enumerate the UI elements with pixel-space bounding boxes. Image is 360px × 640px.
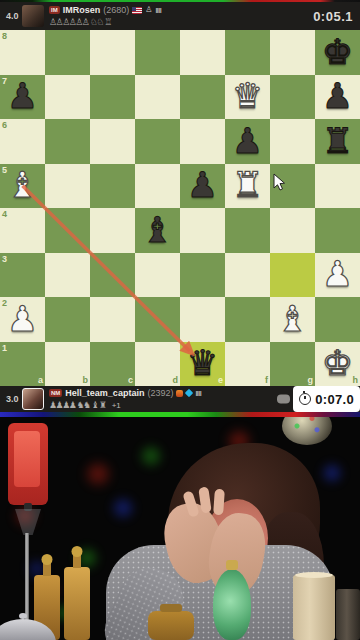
square-f3[interactable]: [225, 253, 270, 298]
top-player-bar: 4.0 IM IMRosen (2680) ♙ IIII ♙♙♙♙♙♙ ♘♘ ♖…: [0, 2, 360, 30]
square-h7[interactable]: ♟: [315, 75, 360, 120]
square-h2[interactable]: [315, 297, 360, 342]
square-g6[interactable]: [270, 119, 315, 164]
square-h1[interactable]: h♚: [315, 342, 360, 387]
piece-wR-f5[interactable]: ♜: [225, 164, 270, 209]
drink-dispenser: [8, 423, 48, 505]
rank-label-8: 8: [2, 32, 7, 41]
flair-icon: [176, 390, 183, 397]
square-b3[interactable]: [45, 253, 90, 298]
square-g5[interactable]: [270, 164, 315, 209]
top-player-clock: 0:05.1: [313, 9, 353, 24]
streamer-webcam: [0, 417, 360, 640]
square-e5[interactable]: ♟: [180, 164, 225, 209]
amber-bottle: [64, 567, 90, 640]
piece-wQ-f7[interactable]: ♛: [225, 75, 270, 120]
square-d7[interactable]: [135, 75, 180, 120]
square-c5[interactable]: [90, 164, 135, 209]
square-a2[interactable]: 2♟: [0, 297, 45, 342]
square-a3[interactable]: 3: [0, 253, 45, 298]
rank-label-3: 3: [2, 255, 7, 264]
piece-wK-h1[interactable]: ♚: [315, 342, 360, 387]
bottom-score: 3.0: [6, 394, 19, 404]
square-e4[interactable]: [180, 208, 225, 253]
square-c3[interactable]: [90, 253, 135, 298]
square-b8[interactable]: [45, 30, 90, 75]
captured-pawn-icon: ♙: [145, 6, 152, 14]
piece-bK-h8[interactable]: ♚: [315, 30, 360, 75]
piece-bP-e5[interactable]: ♟: [180, 164, 225, 209]
square-g3[interactable]: [270, 253, 315, 298]
square-g2[interactable]: ♝: [270, 297, 315, 342]
square-d6[interactable]: [135, 119, 180, 164]
rank-label-1: 1: [2, 344, 7, 353]
square-f6[interactable]: ♟: [225, 119, 270, 164]
material-advantage: +1: [112, 400, 121, 411]
square-b2[interactable]: [45, 297, 90, 342]
chess-board[interactable]: 8♚7♟♛♟6♟♜5♝♟♜4♝3♟2♟♝1abcde♛fgh♚: [0, 30, 360, 386]
piece-wB-g2[interactable]: ♝: [270, 297, 315, 342]
square-c8[interactable]: [90, 30, 135, 75]
bottom-player-bar: 3.0 NM Hell_team_captain (2392) IIII ♟♟♟…: [0, 386, 360, 412]
stopwatch-icon: [299, 393, 311, 405]
square-g7[interactable]: [270, 75, 315, 120]
square-a4[interactable]: 4: [0, 208, 45, 253]
square-h4[interactable]: [315, 208, 360, 253]
bottom-player-name[interactable]: Hell_team_captain: [65, 388, 144, 399]
square-h6[interactable]: ♜: [315, 119, 360, 164]
green-bottle: [213, 569, 251, 640]
square-f2[interactable]: [225, 297, 270, 342]
bottom-player-rating: (2392): [147, 388, 173, 399]
square-f4[interactable]: [225, 208, 270, 253]
piece-wB-a5[interactable]: ♝: [0, 164, 45, 209]
top-score: 4.0: [6, 11, 19, 21]
piece-bP-h7[interactable]: ♟: [315, 75, 360, 120]
square-f5[interactable]: ♜: [225, 164, 270, 209]
file-label-a: a: [38, 376, 43, 385]
top-player-name[interactable]: IMRosen: [63, 5, 101, 16]
square-e1[interactable]: e♛: [180, 342, 225, 387]
chat-bubble-icon[interactable]: [277, 395, 290, 404]
square-c7[interactable]: [90, 75, 135, 120]
diamond-membership-icon: [185, 389, 193, 397]
candle: [293, 575, 335, 640]
square-d5[interactable]: [135, 164, 180, 209]
file-label-g: g: [308, 376, 314, 385]
square-e6[interactable]: [180, 119, 225, 164]
piece-wP-h3[interactable]: ♟: [315, 253, 360, 298]
shaker-cup: [336, 589, 360, 640]
square-b4[interactable]: [45, 208, 90, 253]
stream-screen: 4.0 IM IMRosen (2680) ♙ IIII ♙♙♙♙♙♙ ♘♘ ♖…: [0, 0, 360, 640]
bottom-pawn-tally: IIII: [195, 388, 201, 399]
piece-bP-f6[interactable]: ♟: [225, 119, 270, 164]
square-a1[interactable]: 1a: [0, 342, 45, 387]
square-e7[interactable]: [180, 75, 225, 120]
square-h5[interactable]: [315, 164, 360, 209]
square-b6[interactable]: [45, 119, 90, 164]
square-g1[interactable]: g: [270, 342, 315, 387]
square-a5[interactable]: 5♝: [0, 164, 45, 209]
piece-bB-d4[interactable]: ♝: [135, 208, 180, 253]
square-f8[interactable]: [225, 30, 270, 75]
square-h8[interactable]: ♚: [315, 30, 360, 75]
square-d3[interactable]: [135, 253, 180, 298]
piece-wP-a2[interactable]: ♟: [0, 297, 45, 342]
square-e8[interactable]: [180, 30, 225, 75]
square-b5[interactable]: [45, 164, 90, 209]
square-e3[interactable]: [180, 253, 225, 298]
square-f1[interactable]: f: [225, 342, 270, 387]
piece-bR-h6[interactable]: ♜: [315, 119, 360, 164]
bottom-title-badge: NM: [49, 389, 62, 397]
top-captured-pieces: ♙♙♙♙♙♙ ♘♘ ♖: [49, 17, 111, 28]
piece-bQ-e1[interactable]: ♛: [180, 342, 225, 387]
top-player-rating: (2680): [103, 5, 129, 16]
bottom-captured-pieces: ♟♟♟♟ ♞♞ ♝ ♜: [49, 400, 106, 411]
bottom-player-avatar[interactable]: [22, 388, 44, 410]
top-title-badge: IM: [49, 6, 60, 14]
disco-ball: [282, 417, 332, 445]
file-label-c: c: [128, 376, 133, 385]
square-d8[interactable]: [135, 30, 180, 75]
square-f7[interactable]: ♛: [225, 75, 270, 120]
square-g4[interactable]: [270, 208, 315, 253]
piece-bP-a7[interactable]: ♟: [0, 75, 45, 120]
amber-jar: [148, 611, 194, 640]
file-label-f: f: [265, 376, 268, 385]
us-flag-icon: [132, 7, 142, 14]
square-c4[interactable]: [90, 208, 135, 253]
square-g8[interactable]: [270, 30, 315, 75]
captured-pawn-tally: IIII: [155, 5, 161, 16]
square-b7[interactable]: [45, 75, 90, 120]
file-label-b: b: [83, 376, 89, 385]
square-d1[interactable]: d: [135, 342, 180, 387]
square-a7[interactable]: 7♟: [0, 75, 45, 120]
square-a6[interactable]: 6: [0, 119, 45, 164]
bottom-player-clock: 0:07.0: [293, 386, 360, 412]
square-c1[interactable]: c: [90, 342, 135, 387]
rank-label-6: 6: [2, 121, 7, 130]
top-player-avatar[interactable]: [22, 5, 44, 27]
rank-label-4: 4: [2, 210, 7, 219]
square-d4[interactable]: ♝: [135, 208, 180, 253]
square-c6[interactable]: [90, 119, 135, 164]
square-h3[interactable]: ♟: [315, 253, 360, 298]
square-e2[interactable]: [180, 297, 225, 342]
square-a8[interactable]: 8: [0, 30, 45, 75]
square-d2[interactable]: [135, 297, 180, 342]
square-c2[interactable]: [90, 297, 135, 342]
file-label-d: d: [173, 376, 179, 385]
square-b1[interactable]: b: [45, 342, 90, 387]
